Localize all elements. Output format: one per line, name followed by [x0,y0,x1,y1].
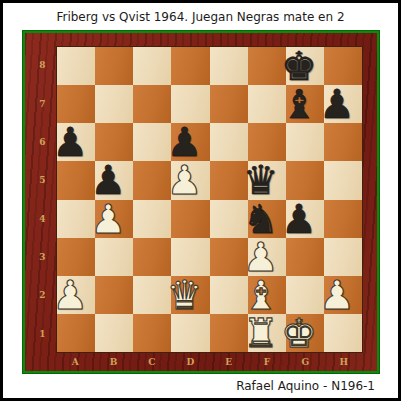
black-bishop-g7: ♝ [281,85,317,123]
white-rook-f1: ♜ [243,314,279,352]
white-king-g1: ♚ [281,314,317,352]
square-d3[interactable] [171,238,209,276]
square-a3[interactable] [57,238,95,276]
rank-label-5: 5 [25,161,56,199]
square-g4[interactable]: ♟ [286,200,324,238]
credit-text: Rafael Aquino - N196-1 [236,379,375,393]
square-h7[interactable]: ♟ [324,85,362,123]
diagram-title: Friberg vs Qvist 1964. Juegan Negras mat… [3,10,398,24]
black-knight-f4: ♞ [243,200,279,238]
square-h1[interactable] [324,314,362,352]
white-bishop-f2: ♝ [243,276,279,314]
file-label-d: D [171,353,209,371]
file-label-a: A [56,353,94,371]
square-f6[interactable] [248,123,286,161]
rank-label-1: 1 [25,315,56,353]
white-pawn-a2: ♟ [52,276,88,314]
white-pawn-h2: ♟ [319,276,355,314]
square-g1[interactable]: ♚ [286,314,324,352]
white-pawn-b4: ♟ [90,200,126,238]
square-d6[interactable]: ♟ [171,123,209,161]
square-c7[interactable] [133,85,171,123]
square-e6[interactable] [210,123,248,161]
black-pawn-b5: ♟ [90,161,126,199]
square-c3[interactable] [133,238,171,276]
white-pawn-d5: ♟ [167,161,203,199]
square-b4[interactable]: ♟ [95,200,133,238]
square-d7[interactable] [171,85,209,123]
rank-label-7: 7 [25,84,56,122]
board-wood-border: 87654321 ♚♝♟♟♟♟♟♛♟♞♟♟♟♛♝♟♜♚ ABCDEFGH [25,33,377,371]
square-e7[interactable] [210,85,248,123]
square-b1[interactable] [95,314,133,352]
black-pawn-g4: ♟ [281,200,317,238]
square-a2[interactable]: ♟ [57,276,95,314]
square-b3[interactable] [95,238,133,276]
chess-board: ♚♝♟♟♟♟♟♛♟♞♟♟♟♛♝♟♜♚ [56,46,363,353]
rank-label-3: 3 [25,238,56,276]
square-f2[interactable]: ♝ [248,276,286,314]
square-b6[interactable] [95,123,133,161]
file-labels: ABCDEFGH [56,353,363,371]
square-a1[interactable] [57,314,95,352]
rank-label-8: 8 [25,46,56,84]
square-h5[interactable] [324,161,362,199]
white-queen-d2: ♛ [167,276,203,314]
square-h8[interactable] [324,47,362,85]
board-frame: 87654321 ♚♝♟♟♟♟♟♛♟♞♟♟♟♛♝♟♜♚ ABCDEFGH [22,30,380,374]
square-a6[interactable]: ♟ [57,123,95,161]
square-d8[interactable] [171,47,209,85]
black-pawn-a6: ♟ [52,123,88,161]
square-b7[interactable] [95,85,133,123]
rank-label-4: 4 [25,200,56,238]
square-c1[interactable] [133,314,171,352]
square-b2[interactable] [95,276,133,314]
square-c4[interactable] [133,200,171,238]
square-g5[interactable] [286,161,324,199]
square-d2[interactable]: ♛ [171,276,209,314]
square-e8[interactable] [210,47,248,85]
square-f5[interactable]: ♛ [248,161,286,199]
black-pawn-d6: ♟ [167,123,203,161]
square-h3[interactable] [324,238,362,276]
square-f3[interactable]: ♟ [248,238,286,276]
file-label-b: B [94,353,132,371]
file-label-c: C [133,353,171,371]
black-queen-f5: ♛ [243,161,279,199]
diagram-canvas: Friberg vs Qvist 1964. Juegan Negras mat… [0,0,401,401]
square-h4[interactable] [324,200,362,238]
square-g6[interactable] [286,123,324,161]
square-c8[interactable] [133,47,171,85]
square-b8[interactable] [95,47,133,85]
square-h6[interactable] [324,123,362,161]
black-king-g8: ♚ [281,47,317,85]
square-d1[interactable] [171,314,209,352]
square-a7[interactable] [57,85,95,123]
square-g8[interactable]: ♚ [286,47,324,85]
black-pawn-h7: ♟ [319,85,355,123]
square-h2[interactable]: ♟ [324,276,362,314]
square-b5[interactable]: ♟ [95,161,133,199]
square-d5[interactable]: ♟ [171,161,209,199]
file-label-h: H [325,353,363,371]
square-d4[interactable] [171,200,209,238]
square-g3[interactable] [286,238,324,276]
white-pawn-f3: ♟ [243,238,279,276]
square-a8[interactable] [57,47,95,85]
